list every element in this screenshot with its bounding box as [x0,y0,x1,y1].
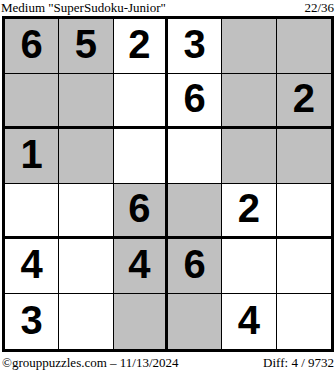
cell-r2c1-empty[interactable] [5,74,59,129]
cell-r1c5-empty[interactable] [222,19,276,74]
cell-r6c3-empty[interactable] [114,294,168,349]
cell-r5c5-empty[interactable] [222,239,276,294]
cell-r6c5-given: 4 [222,294,276,349]
footer: ©grouppuzzles.com – 11/13/2024 Diff: 4 /… [0,352,336,370]
cell-r5c6-empty[interactable] [277,239,331,294]
cell-r2c6-given: 2 [277,74,331,129]
copyright-text: ©grouppuzzles.com – 11/13/2024 [2,356,179,369]
cell-r4c1-empty[interactable] [5,184,59,239]
cell-r1c3-given: 2 [114,19,168,74]
cell-r3c5-empty[interactable] [222,129,276,184]
cell-r4c5-given: 2 [222,184,276,239]
cell-r1c2-given: 5 [59,19,113,74]
cell-r3c4-empty[interactable] [168,129,222,184]
cell-r4c6-empty[interactable] [277,184,331,239]
header: Medium "SuperSudoku-Junior" 22/36 [0,0,336,16]
cell-r1c4-given: 3 [168,19,222,74]
puzzle-counter: 22/36 [304,1,334,14]
puzzle-page: Medium "SuperSudoku-Junior" 22/36 652362… [0,0,336,370]
difficulty-text: Diff: 4 / 9732 [263,356,334,369]
cell-r2c2-empty[interactable] [59,74,113,129]
cell-r3c6-empty[interactable] [277,129,331,184]
cell-r3c2-empty[interactable] [59,129,113,184]
cell-r2c3-empty[interactable] [114,74,168,129]
cell-r5c3-given: 4 [114,239,168,294]
cell-r6c6-empty[interactable] [277,294,331,349]
cell-r3c1-given: 1 [5,129,59,184]
cell-r5c1-given: 4 [5,239,59,294]
sudoku-board: 65236216244634 [2,16,334,352]
cell-r5c2-empty[interactable] [59,239,113,294]
cell-r4c3-given: 6 [114,184,168,239]
cell-r6c4-empty[interactable] [168,294,222,349]
cell-r4c2-empty[interactable] [59,184,113,239]
cell-r3c3-empty[interactable] [114,129,168,184]
puzzle-title: Medium "SuperSudoku-Junior" [1,1,166,14]
cell-r6c1-given: 3 [5,294,59,349]
cell-r2c5-empty[interactable] [222,74,276,129]
cell-r1c6-empty[interactable] [277,19,331,74]
cell-r5c4-given: 6 [168,239,222,294]
cell-r1c1-given: 6 [5,19,59,74]
cell-r6c2-empty[interactable] [59,294,113,349]
cell-r2c4-given: 6 [168,74,222,129]
cell-r4c4-empty[interactable] [168,184,222,239]
